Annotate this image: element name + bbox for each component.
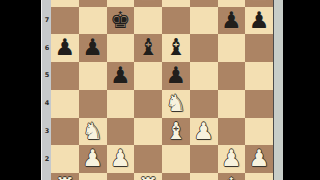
piece-black-pawn[interactable]: ♟ bbox=[166, 62, 187, 90]
square-d2[interactable] bbox=[134, 145, 162, 173]
square-b2[interactable]: ♟ bbox=[79, 145, 107, 173]
square-g2[interactable]: ♟ bbox=[218, 145, 246, 173]
square-a1[interactable]: ♜ bbox=[51, 173, 79, 180]
piece-white-pawn[interactable]: ♟ bbox=[193, 118, 214, 146]
square-e6[interactable]: ♝ bbox=[162, 34, 190, 62]
square-d3[interactable] bbox=[134, 118, 162, 146]
square-c3[interactable] bbox=[107, 118, 135, 146]
piece-black-pawn[interactable]: ♟ bbox=[110, 62, 131, 90]
square-g7[interactable]: ♟ bbox=[218, 7, 246, 35]
square-d6[interactable]: ♝ bbox=[134, 34, 162, 62]
square-b5[interactable] bbox=[79, 62, 107, 90]
square-f2[interactable] bbox=[190, 145, 218, 173]
square-c5[interactable]: ♟ bbox=[107, 62, 135, 90]
square-h3[interactable] bbox=[245, 118, 273, 146]
square-h2[interactable]: ♟ bbox=[245, 145, 273, 173]
piece-white-bishop[interactable]: ♝ bbox=[166, 118, 187, 146]
chess-board[interactable]: ♜♞♜♚♟♟♟♟♝♝♟♟♞♞♝♟♟♟♟♟♜♜♚ bbox=[51, 0, 273, 180]
piece-black-pawn[interactable]: ♟ bbox=[82, 34, 103, 62]
piece-white-rook[interactable]: ♜ bbox=[138, 173, 159, 180]
square-f4[interactable] bbox=[190, 90, 218, 118]
square-h6[interactable] bbox=[245, 34, 273, 62]
square-c6[interactable] bbox=[107, 34, 135, 62]
square-e3[interactable]: ♝ bbox=[162, 118, 190, 146]
piece-white-knight[interactable]: ♞ bbox=[82, 118, 103, 146]
square-h7[interactable]: ♟ bbox=[245, 7, 273, 35]
square-h4[interactable] bbox=[245, 90, 273, 118]
square-b6[interactable]: ♟ bbox=[79, 34, 107, 62]
piece-black-bishop[interactable]: ♝ bbox=[138, 34, 159, 62]
square-a7[interactable] bbox=[51, 7, 79, 35]
square-d5[interactable] bbox=[134, 62, 162, 90]
square-f7[interactable] bbox=[190, 7, 218, 35]
right-border-strip bbox=[273, 0, 283, 180]
piece-white-pawn[interactable]: ♟ bbox=[249, 145, 270, 173]
square-c1[interactable] bbox=[107, 173, 135, 180]
piece-black-pawn[interactable]: ♟ bbox=[249, 7, 270, 35]
square-c7[interactable]: ♚ bbox=[107, 7, 135, 35]
piece-black-pawn[interactable]: ♟ bbox=[221, 7, 242, 35]
square-g4[interactable] bbox=[218, 90, 246, 118]
piece-white-knight[interactable]: ♞ bbox=[166, 90, 187, 118]
square-a5[interactable] bbox=[51, 62, 79, 90]
piece-black-king[interactable]: ♚ bbox=[110, 7, 131, 35]
square-b3[interactable]: ♞ bbox=[79, 118, 107, 146]
square-h5[interactable] bbox=[245, 62, 273, 90]
square-g3[interactable] bbox=[218, 118, 246, 146]
piece-white-pawn[interactable]: ♟ bbox=[110, 145, 131, 173]
square-h1[interactable] bbox=[245, 173, 273, 180]
piece-white-pawn[interactable]: ♟ bbox=[221, 145, 242, 173]
square-f6[interactable] bbox=[190, 34, 218, 62]
square-e5[interactable]: ♟ bbox=[162, 62, 190, 90]
square-g6[interactable] bbox=[218, 34, 246, 62]
square-f1[interactable] bbox=[190, 173, 218, 180]
square-b7[interactable] bbox=[79, 7, 107, 35]
square-c4[interactable] bbox=[107, 90, 135, 118]
square-f5[interactable] bbox=[190, 62, 218, 90]
piece-black-bishop[interactable]: ♝ bbox=[166, 34, 187, 62]
square-g1[interactable]: ♚ bbox=[218, 173, 246, 180]
square-e4[interactable]: ♞ bbox=[162, 90, 190, 118]
square-a2[interactable] bbox=[51, 145, 79, 173]
square-e2[interactable] bbox=[162, 145, 190, 173]
square-a6[interactable]: ♟ bbox=[51, 34, 79, 62]
square-c2[interactable]: ♟ bbox=[107, 145, 135, 173]
square-a3[interactable] bbox=[51, 118, 79, 146]
square-f3[interactable]: ♟ bbox=[190, 118, 218, 146]
square-e1[interactable] bbox=[162, 173, 190, 180]
square-d4[interactable] bbox=[134, 90, 162, 118]
square-d1[interactable]: ♜ bbox=[134, 173, 162, 180]
square-g5[interactable] bbox=[218, 62, 246, 90]
square-e7[interactable] bbox=[162, 7, 190, 35]
piece-white-king[interactable]: ♚ bbox=[221, 173, 242, 180]
piece-black-pawn[interactable]: ♟ bbox=[55, 34, 76, 62]
square-b4[interactable] bbox=[79, 90, 107, 118]
square-a4[interactable] bbox=[51, 90, 79, 118]
rank-coordinate-gutter: 765432 bbox=[41, 0, 51, 180]
square-d7[interactable] bbox=[134, 7, 162, 35]
chess-app-viewport: 765432 ♜♞♜♚♟♟♟♟♝♝♟♟♞♞♝♟♟♟♟♟♜♜♚ bbox=[0, 0, 320, 180]
piece-white-rook[interactable]: ♜ bbox=[55, 173, 76, 180]
piece-white-pawn[interactable]: ♟ bbox=[82, 145, 103, 173]
square-b1[interactable] bbox=[79, 173, 107, 180]
